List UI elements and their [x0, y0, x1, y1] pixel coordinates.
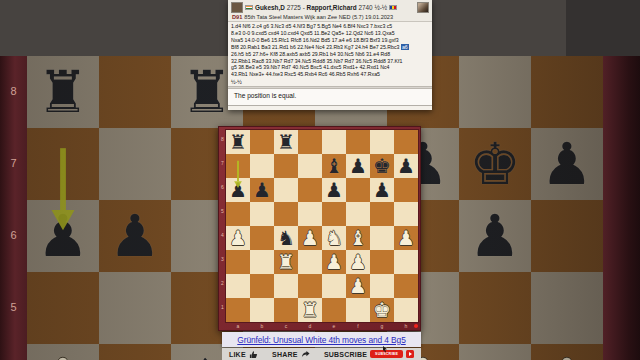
- square-f7[interactable]: ♟: [346, 154, 370, 178]
- subscribe-button[interactable]: SUBSCRIBE: [370, 350, 403, 358]
- square-h8[interactable]: [394, 130, 418, 154]
- black-player-photo: [417, 2, 429, 13]
- black-rook-a8: ♜: [37, 63, 89, 121]
- white-pawn-e3[interactable]: ♟: [325, 252, 343, 272]
- square-e6[interactable]: ♟: [322, 178, 346, 202]
- like-button[interactable]: LIKE: [229, 351, 246, 358]
- square-b7[interactable]: [250, 154, 274, 178]
- black-rook-c8[interactable]: ♜: [277, 132, 295, 152]
- file-label: b: [250, 323, 274, 329]
- white-pawn-a4[interactable]: ♟: [229, 228, 247, 248]
- game-result: ½-½: [228, 79, 432, 86]
- event-line: D9185th Tata Steel Masters Wijk aan Zee …: [231, 13, 429, 21]
- black-pawn-h7[interactable]: ♟: [397, 156, 415, 176]
- white-pawn-d4[interactable]: ♟: [301, 228, 319, 248]
- subscribe-label: SUBSCRIBE: [324, 351, 367, 358]
- rank-label: 5: [219, 208, 226, 214]
- move-line: 1.d4 Nf6 2.c4 g6 3.Nc3 d5 4.Nf3 Bg7 5.Bg…: [231, 23, 429, 30]
- square-g3[interactable]: [370, 250, 394, 274]
- black-rook-a8[interactable]: ♜: [229, 132, 247, 152]
- square-d2[interactable]: [298, 274, 322, 298]
- square-a8: ♜: [27, 56, 99, 128]
- square-h4: ♟: [531, 344, 603, 360]
- square-d5[interactable]: [298, 202, 322, 226]
- black-bishop-e7[interactable]: ♝: [325, 156, 343, 176]
- india-flag-icon: [245, 5, 253, 10]
- square-h3[interactable]: [394, 250, 418, 274]
- white-king-g1[interactable]: ♚: [373, 300, 391, 320]
- square-b4[interactable]: [250, 226, 274, 250]
- evaluation-comment: The position is equal.: [228, 89, 432, 106]
- square-e8[interactable]: [322, 130, 346, 154]
- square-b8: [99, 56, 171, 128]
- square-a3[interactable]: [226, 250, 250, 274]
- move-line: 26.h5 b5 27.h6+ Kf8 28.axb5 axb5 29.Rb1 …: [231, 51, 429, 58]
- white-bishop-f4[interactable]: ♝: [349, 228, 367, 248]
- bg-rank-label: 5: [0, 301, 27, 313]
- square-d4[interactable]: ♟: [298, 226, 322, 250]
- square-g7: ♚: [459, 128, 531, 200]
- square-g5: [459, 272, 531, 344]
- rank-label: 4: [219, 232, 226, 238]
- white-pawn-h4: ♟: [541, 351, 593, 360]
- square-g8[interactable]: [370, 130, 394, 154]
- square-c2[interactable]: [274, 274, 298, 298]
- square-a6[interactable]: ♟: [226, 178, 250, 202]
- black-king-g7: ♚: [469, 135, 521, 193]
- square-g4: [459, 344, 531, 360]
- square-d6[interactable]: [298, 178, 322, 202]
- rank-label: 7: [219, 160, 226, 166]
- square-h5: [531, 272, 603, 344]
- record-dot-icon: [414, 324, 418, 328]
- square-a2[interactable]: [226, 274, 250, 298]
- square-b6: ♟: [99, 200, 171, 272]
- file-label: e: [322, 323, 346, 329]
- white-player-photo: [231, 2, 243, 13]
- black-king-g7[interactable]: ♚: [373, 156, 391, 176]
- notation-panel: Gukesh,D 2725 - Rapport,Richard 2740 ½-½…: [228, 0, 432, 110]
- square-a5[interactable]: [226, 202, 250, 226]
- white-pawn-f2[interactable]: ♟: [349, 276, 367, 296]
- square-a7: [27, 128, 99, 200]
- square-e5[interactable]: [322, 202, 346, 226]
- square-b8[interactable]: [250, 130, 274, 154]
- bg-rank-label: 7: [0, 157, 27, 169]
- square-f3[interactable]: ♟: [346, 250, 370, 274]
- black-pawn-b6: ♟: [109, 207, 161, 265]
- square-c7[interactable]: [274, 154, 298, 178]
- rank-label: 6: [219, 184, 226, 190]
- move-line: g5 38.Be3 e5 39.Nb7 Rd7 40.Nc5 Bxc5 41.d…: [231, 64, 429, 71]
- background-top-right-area: [566, 0, 640, 62]
- square-b5[interactable]: [250, 202, 274, 226]
- square-d7[interactable]: [298, 154, 322, 178]
- square-f4[interactable]: ♝: [346, 226, 370, 250]
- black-pawn-f7[interactable]: ♟: [349, 156, 367, 176]
- move-line: Nxa5 14.0-0 Be6 15.Rfc1 Rfc8 16.Nd2 Bd5 …: [231, 37, 429, 44]
- square-h6[interactable]: [394, 178, 418, 202]
- square-h7[interactable]: ♟: [394, 154, 418, 178]
- square-f1[interactable]: [346, 298, 370, 322]
- eco-code: D91: [232, 14, 242, 20]
- chess-diagram: 8 7 6 5 4 3 2 1 a b c d e f g h ♜♜♝♟♚♟♟♟…: [218, 126, 421, 331]
- square-e7[interactable]: ♝: [322, 154, 346, 178]
- square-g5[interactable]: [370, 202, 394, 226]
- file-label: c: [274, 323, 298, 329]
- black-pawn-h7: ♟: [541, 135, 593, 193]
- square-a5: [27, 272, 99, 344]
- white-rook-d1[interactable]: ♜: [301, 300, 319, 320]
- square-a4: ♟: [27, 344, 99, 360]
- square-c5[interactable]: [274, 202, 298, 226]
- white-rook-c3[interactable]: ♜: [277, 252, 295, 272]
- thumbs-up-icon[interactable]: [249, 350, 258, 359]
- square-f5[interactable]: [346, 202, 370, 226]
- square-h2[interactable]: [394, 274, 418, 298]
- black-pawn-b6[interactable]: ♟: [253, 180, 271, 200]
- square-h5[interactable]: [394, 202, 418, 226]
- square-c3[interactable]: ♜: [274, 250, 298, 274]
- black-pawn-a6[interactable]: ♟: [229, 180, 247, 200]
- square-a4[interactable]: ♟: [226, 226, 250, 250]
- game-header: Gukesh,D 2725 - Rapport,Richard 2740 ½-½…: [228, 0, 432, 22]
- black-pawn-e6[interactable]: ♟: [325, 180, 343, 200]
- move-line: 32.Rbb1 Rac8 33.Nb7 Rd7 34.Nc5 Rdd8 35.N…: [231, 58, 429, 65]
- square-g4[interactable]: [370, 226, 394, 250]
- square-a8[interactable]: ♜: [226, 130, 250, 154]
- square-c6[interactable]: [274, 178, 298, 202]
- romania-flag-icon: [389, 5, 397, 10]
- black-pawn-g6[interactable]: ♟: [373, 180, 391, 200]
- square-f2[interactable]: ♟: [346, 274, 370, 298]
- black-pawn-a6: ♟: [37, 207, 89, 265]
- square-h8: [531, 56, 603, 128]
- square-c8[interactable]: ♜: [274, 130, 298, 154]
- diagram-board[interactable]: ♜♜♝♟♚♟♟♟♟♟♟♞♟♞♝♟♜♟♟♟♜♚: [226, 130, 418, 322]
- square-c1[interactable]: [274, 298, 298, 322]
- black-knight-c4[interactable]: ♞: [277, 228, 295, 248]
- move-line: Bf8 20.Rab1 Ba3 21.Rd1 b6 22.Ne4 Nc4 23.…: [231, 44, 429, 51]
- share-arrow-icon[interactable]: [301, 350, 310, 359]
- file-label: f: [346, 323, 370, 329]
- video-caption-bar[interactable]: Grünfeld: Unusual White 4th moves and 4 …: [222, 332, 421, 347]
- rank-label: 8: [219, 136, 226, 142]
- move-line: 8.e3 0-0 9.cxd5 cxd4 10.cxd4 Qxd5 11.Be2…: [231, 30, 429, 37]
- square-b7: [99, 128, 171, 200]
- rank-label: 2: [219, 280, 226, 286]
- current-move[interactable]: a6: [401, 44, 409, 50]
- black-rook-c8: ♜: [181, 63, 233, 121]
- square-b1[interactable]: [250, 298, 274, 322]
- bg-rank-label: 6: [0, 229, 27, 241]
- square-d3[interactable]: [298, 250, 322, 274]
- square-g6[interactable]: ♟: [370, 178, 394, 202]
- white-knight-e4[interactable]: ♞: [325, 228, 343, 248]
- square-a7[interactable]: [226, 154, 250, 178]
- cursor-icon: [382, 346, 388, 353]
- share-button[interactable]: SHARE: [272, 351, 298, 358]
- file-label: g: [370, 323, 394, 329]
- square-h7: ♟: [531, 128, 603, 200]
- video-frame: 8 7 6 5 ♜♜♝♟♚♟♟♟♟♟♟♞♟♞♝♟♜♟♟♟♜♚ Gukesh,D …: [0, 0, 640, 360]
- youtube-icon[interactable]: [406, 350, 414, 358]
- square-b4: [99, 344, 171, 360]
- square-b6[interactable]: ♟: [250, 178, 274, 202]
- square-f6[interactable]: [346, 178, 370, 202]
- square-h1[interactable]: [394, 298, 418, 322]
- square-d8[interactable]: [298, 130, 322, 154]
- square-g1[interactable]: ♚: [370, 298, 394, 322]
- square-f8[interactable]: [346, 130, 370, 154]
- square-e2[interactable]: [322, 274, 346, 298]
- square-e4[interactable]: ♞: [322, 226, 346, 250]
- square-e3[interactable]: ♟: [322, 250, 346, 274]
- square-g7[interactable]: ♚: [370, 154, 394, 178]
- square-a6: ♟: [27, 200, 99, 272]
- white-pawn-f3[interactable]: ♟: [349, 252, 367, 272]
- square-g2[interactable]: [370, 274, 394, 298]
- square-g8: [459, 56, 531, 128]
- move-line: 43.Rb1 Nxe3+ 44.fxe3 Rxc5 45.Rxb4 Rc6 46…: [231, 71, 429, 78]
- square-c4[interactable]: ♞: [274, 226, 298, 250]
- square-b5: [99, 272, 171, 344]
- file-label: d: [298, 323, 322, 329]
- move-list[interactable]: 1.d4 Nf6 2.c4 g6 3.Nc3 d5 4.Nf3 Bg7 5.Bg…: [228, 22, 432, 79]
- rank-label: 3: [219, 256, 226, 262]
- white-pawn-h4[interactable]: ♟: [397, 228, 415, 248]
- square-d1[interactable]: ♜: [298, 298, 322, 322]
- square-b2[interactable]: [250, 274, 274, 298]
- action-bar: LIKE SHARE SUBSCRIBE SUBSCRIBE: [222, 348, 421, 360]
- background-board-left-border: 8 7 6 5: [0, 56, 27, 360]
- square-b3[interactable]: [250, 250, 274, 274]
- video-caption-text[interactable]: Grünfeld: Unusual White 4th moves and 4 …: [237, 335, 405, 345]
- square-h6: [531, 200, 603, 272]
- square-e1[interactable]: [322, 298, 346, 322]
- black-pawn-g6: ♟: [469, 207, 521, 265]
- square-h4[interactable]: ♟: [394, 226, 418, 250]
- bg-rank-label: 8: [0, 85, 27, 97]
- file-label: a: [226, 323, 250, 329]
- background-board-right-border: [603, 56, 640, 360]
- square-a1[interactable]: [226, 298, 250, 322]
- rank-label: 1: [219, 304, 226, 310]
- game-title: Gukesh,D 2725 - Rapport,Richard 2740 ½-½: [255, 4, 387, 11]
- white-pawn-a4: ♟: [37, 351, 89, 360]
- square-g6: ♟: [459, 200, 531, 272]
